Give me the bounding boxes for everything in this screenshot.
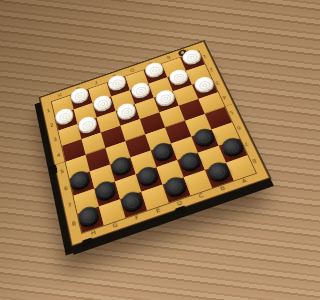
coordinate-label: A: [241, 177, 248, 185]
coordinate-label: B: [219, 184, 226, 192]
scene: ◎◎◎◎◎◎◎◎◎◎◎◎◎◎◎◎◎◎◎◎◎◎◎◎ HGFEDCBA HGFEDC…: [0, 0, 300, 300]
coordinate-label: 6: [235, 125, 241, 132]
black-piece[interactable]: ◎: [192, 126, 217, 147]
coordinate-label: 2: [208, 67, 214, 73]
coordinate-label: 1: [46, 107, 50, 113]
coordinate-label: F: [94, 80, 98, 85]
coordinate-label: 8: [251, 158, 258, 165]
square-c4[interactable]: [159, 106, 185, 128]
coordinate-label: 1: [202, 54, 207, 60]
coordinate-label: 3: [53, 136, 58, 142]
coordinate-label: 6: [63, 184, 68, 191]
black-piece[interactable]: ◎: [219, 135, 245, 157]
coordinate-label: 3: [215, 81, 221, 87]
checkers-board-wrap: ◎◎◎◎◎◎◎◎◎◎◎◎◎◎◎◎◎◎◎◎◎◎◎◎ HGFEDCBA HGFEDC…: [40, 41, 270, 246]
coordinate-label: 4: [56, 152, 61, 159]
coordinate-label: 2: [49, 122, 54, 128]
hinge-knob: [49, 164, 58, 175]
white-piece[interactable]: ◎: [69, 86, 89, 104]
coordinate-label: 4: [221, 95, 227, 101]
square-h6[interactable]: ◎: [70, 171, 95, 195]
coordinate-label: 7: [243, 141, 249, 148]
coordinate-label: 8: [71, 220, 76, 228]
board-grid: ◎◎◎◎◎◎◎◎◎◎◎◎◎◎◎◎◎◎◎◎◎◎◎◎: [52, 51, 256, 232]
black-piece[interactable]: ◎: [94, 179, 118, 202]
board-foot: [82, 237, 94, 247]
coordinate-label: 5: [228, 110, 234, 116]
coordinate-label: E: [155, 206, 161, 214]
coordinate-label: 7: [67, 201, 72, 208]
board-foot: [174, 205, 187, 215]
black-piece[interactable]: ◎: [177, 150, 202, 172]
coordinate-label: F: [134, 214, 139, 222]
checkers-board: ◎◎◎◎◎◎◎◎◎◎◎◎◎◎◎◎◎◎◎◎◎◎◎◎ HGFEDCBA HGFEDC…: [40, 41, 270, 246]
coordinate-label: 5: [60, 168, 65, 175]
